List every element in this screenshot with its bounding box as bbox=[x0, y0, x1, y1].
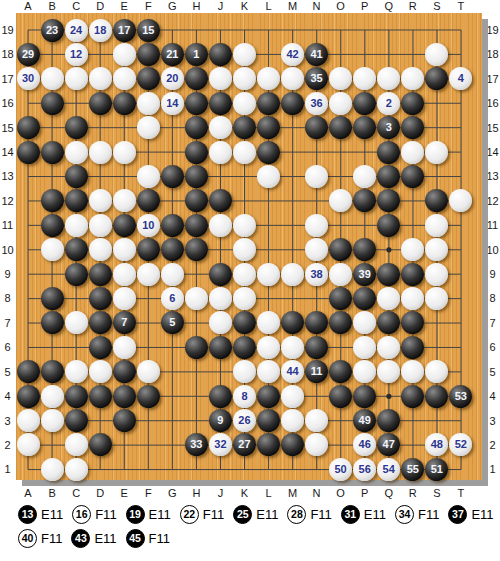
black-stone-B5 bbox=[41, 360, 64, 383]
white-stone-K10 bbox=[233, 238, 256, 261]
white-stone-S10 bbox=[425, 238, 448, 261]
white-stone-S14 bbox=[425, 141, 448, 164]
black-move-badge-25: 25 bbox=[233, 505, 252, 524]
point-S1: 51 bbox=[425, 457, 449, 481]
white-stone-D17 bbox=[89, 67, 112, 90]
caption-line-2: 40F1143E1145F11 bbox=[18, 526, 492, 550]
point-L15 bbox=[256, 115, 280, 139]
point-J8 bbox=[208, 286, 232, 310]
black-stone-H12 bbox=[185, 189, 208, 212]
point-A15 bbox=[16, 115, 40, 139]
caption-point-label: E11 bbox=[41, 507, 63, 522]
black-stone-J3: 9 bbox=[209, 409, 232, 432]
point-N19 bbox=[305, 18, 329, 42]
point-A11 bbox=[16, 213, 40, 237]
point-F6 bbox=[136, 335, 160, 359]
point-L6 bbox=[256, 335, 280, 359]
point-A12 bbox=[16, 189, 40, 213]
white-stone-K11 bbox=[233, 214, 256, 237]
black-stone-Q7 bbox=[377, 311, 400, 334]
point-D6 bbox=[88, 335, 112, 359]
white-stone-M17 bbox=[281, 67, 304, 90]
white-stone-B4 bbox=[41, 385, 64, 408]
black-stone-C3 bbox=[65, 409, 88, 432]
black-stone-B16 bbox=[41, 92, 64, 115]
move-number-21: 21 bbox=[166, 49, 178, 60]
point-K5 bbox=[232, 359, 256, 383]
black-stone-A5 bbox=[17, 360, 40, 383]
point-M19 bbox=[281, 18, 305, 42]
col-label-E: E bbox=[112, 0, 136, 12]
point-M6 bbox=[281, 335, 305, 359]
point-N3 bbox=[305, 408, 329, 432]
row-label-11: 11 bbox=[485, 213, 500, 237]
point-S12 bbox=[425, 189, 449, 213]
point-E16 bbox=[112, 91, 136, 115]
caption-point-label: E11 bbox=[149, 507, 171, 522]
point-H1 bbox=[184, 457, 208, 481]
black-stone-C15 bbox=[65, 116, 88, 139]
point-B1 bbox=[40, 457, 64, 481]
caption-point-label: E11 bbox=[256, 507, 278, 522]
black-stone-G7: 5 bbox=[161, 311, 184, 334]
point-K7 bbox=[232, 311, 256, 335]
point-O8 bbox=[329, 286, 353, 310]
black-stone-M16 bbox=[281, 92, 304, 115]
black-stone-H11 bbox=[185, 214, 208, 237]
white-stone-O12 bbox=[329, 189, 352, 212]
point-J15 bbox=[208, 115, 232, 139]
col-label-L: L bbox=[256, 0, 280, 12]
move-number-30: 30 bbox=[22, 73, 34, 84]
white-stone-N3 bbox=[305, 409, 328, 432]
black-stone-N7 bbox=[305, 311, 328, 334]
white-stone-R5 bbox=[401, 360, 424, 383]
black-stone-B19: 23 bbox=[41, 19, 64, 42]
point-G18: 21 bbox=[160, 42, 184, 66]
point-R18 bbox=[401, 42, 425, 66]
point-C4 bbox=[64, 384, 88, 408]
caption-point-label: F11 bbox=[41, 531, 62, 546]
point-O5 bbox=[329, 359, 353, 383]
point-Q13 bbox=[377, 164, 401, 188]
black-stone-C10 bbox=[65, 238, 88, 261]
point-H17 bbox=[184, 67, 208, 91]
black-stone-G11 bbox=[161, 214, 184, 237]
point-S11 bbox=[425, 213, 449, 237]
white-stone-K4: 8 bbox=[233, 385, 256, 408]
black-stone-O7 bbox=[329, 311, 352, 334]
point-S13 bbox=[425, 164, 449, 188]
point-S4 bbox=[425, 384, 449, 408]
point-S15 bbox=[425, 115, 449, 139]
white-stone-Q6 bbox=[377, 336, 400, 359]
point-R16 bbox=[401, 91, 425, 115]
row-label-11: 11 bbox=[0, 213, 15, 237]
move-number-54: 54 bbox=[383, 464, 395, 475]
move-number-46: 46 bbox=[359, 439, 371, 450]
point-Q15: 3 bbox=[377, 115, 401, 139]
point-L4 bbox=[256, 384, 280, 408]
caption-entry-move-45: 45F11 bbox=[126, 529, 170, 548]
point-S2: 48 bbox=[425, 433, 449, 457]
point-O16 bbox=[329, 91, 353, 115]
row-label-16: 16 bbox=[485, 91, 500, 115]
col-label-E: E bbox=[112, 487, 136, 499]
point-T10 bbox=[449, 237, 473, 261]
black-stone-B14 bbox=[41, 141, 64, 164]
point-D16 bbox=[88, 91, 112, 115]
row-label-4: 4 bbox=[0, 384, 15, 408]
row-label-13: 13 bbox=[0, 164, 15, 188]
point-J16 bbox=[208, 91, 232, 115]
point-A2 bbox=[16, 433, 40, 457]
point-K11 bbox=[232, 213, 256, 237]
black-stone-T4: 53 bbox=[449, 385, 472, 408]
point-C19: 24 bbox=[64, 18, 88, 42]
point-O1: 50 bbox=[329, 457, 353, 481]
move-number-26: 26 bbox=[238, 415, 250, 426]
white-stone-E18 bbox=[113, 43, 136, 66]
point-E18 bbox=[112, 42, 136, 66]
caption-entry-move-31: 31E11 bbox=[341, 505, 386, 524]
white-stone-C18: 12 bbox=[65, 43, 88, 66]
point-F15 bbox=[136, 115, 160, 139]
black-stone-Q12 bbox=[377, 189, 400, 212]
white-stone-N9: 38 bbox=[305, 263, 328, 286]
point-L2 bbox=[256, 433, 280, 457]
white-stone-R10 bbox=[401, 238, 424, 261]
point-R10 bbox=[401, 237, 425, 261]
point-H10 bbox=[184, 237, 208, 261]
point-Q8 bbox=[377, 286, 401, 310]
black-stone-J9 bbox=[209, 263, 232, 286]
point-E15 bbox=[112, 115, 136, 139]
point-M3 bbox=[281, 408, 305, 432]
point-T12 bbox=[449, 189, 473, 213]
point-T6 bbox=[449, 335, 473, 359]
col-label-J: J bbox=[208, 487, 232, 499]
point-Q3 bbox=[377, 408, 401, 432]
caption-point-label: F11 bbox=[310, 507, 331, 522]
white-stone-F15 bbox=[137, 116, 160, 139]
point-S18 bbox=[425, 42, 449, 66]
caption-entry-move-40: 40F11 bbox=[18, 529, 62, 548]
move-number-14: 14 bbox=[166, 98, 178, 109]
row-label-14: 14 bbox=[485, 140, 500, 164]
white-stone-J8 bbox=[209, 287, 232, 310]
col-label-G: G bbox=[160, 0, 184, 12]
caption-point-label: E11 bbox=[471, 507, 493, 522]
black-stone-D2 bbox=[89, 433, 112, 456]
white-stone-Q5 bbox=[377, 360, 400, 383]
move-number-8: 8 bbox=[241, 391, 247, 402]
white-stone-Q17 bbox=[377, 67, 400, 90]
point-C3 bbox=[64, 408, 88, 432]
black-stone-K15 bbox=[233, 116, 256, 139]
point-S10 bbox=[425, 237, 449, 261]
point-S14 bbox=[425, 140, 449, 164]
point-F2 bbox=[136, 433, 160, 457]
point-C2 bbox=[64, 433, 88, 457]
point-R12 bbox=[401, 189, 425, 213]
col-label-C: C bbox=[64, 0, 88, 12]
white-stone-B3 bbox=[41, 409, 64, 432]
point-L14 bbox=[256, 140, 280, 164]
move-number-47: 47 bbox=[383, 439, 395, 450]
point-S5 bbox=[425, 359, 449, 383]
move-number-3: 3 bbox=[386, 122, 392, 133]
col-label-K: K bbox=[232, 487, 256, 499]
black-stone-Q2: 47 bbox=[377, 433, 400, 456]
black-stone-Q15: 3 bbox=[377, 116, 400, 139]
col-label-R: R bbox=[401, 0, 425, 12]
black-stone-Q11 bbox=[377, 214, 400, 237]
black-stone-B8 bbox=[41, 287, 64, 310]
point-E19: 17 bbox=[112, 18, 136, 42]
white-stone-C5 bbox=[65, 360, 88, 383]
move-number-35: 35 bbox=[310, 73, 322, 84]
point-B8 bbox=[40, 286, 64, 310]
black-stone-J18 bbox=[209, 43, 232, 66]
point-F9 bbox=[136, 262, 160, 286]
white-stone-B17 bbox=[41, 67, 64, 90]
point-M16 bbox=[281, 91, 305, 115]
point-Q19 bbox=[377, 18, 401, 42]
black-stone-B7 bbox=[41, 311, 64, 334]
point-A18: 29 bbox=[16, 42, 40, 66]
caption-point-label: F11 bbox=[149, 531, 170, 546]
black-stone-H14 bbox=[185, 141, 208, 164]
point-J12 bbox=[208, 189, 232, 213]
point-F12 bbox=[136, 189, 160, 213]
point-D13 bbox=[88, 164, 112, 188]
white-stone-E14 bbox=[113, 141, 136, 164]
black-stone-J16 bbox=[209, 92, 232, 115]
row-label-18: 18 bbox=[0, 42, 15, 66]
point-G8: 6 bbox=[160, 286, 184, 310]
point-H16 bbox=[184, 91, 208, 115]
black-stone-D6 bbox=[89, 336, 112, 359]
black-stone-C12 bbox=[65, 189, 88, 212]
move-number-29: 29 bbox=[22, 49, 34, 60]
point-Q16: 2 bbox=[377, 91, 401, 115]
point-Q5 bbox=[377, 359, 401, 383]
row-label-7: 7 bbox=[485, 311, 500, 335]
col-label-O: O bbox=[329, 487, 353, 499]
point-L11 bbox=[256, 213, 280, 237]
point-M8 bbox=[281, 286, 305, 310]
point-F17 bbox=[136, 67, 160, 91]
row-label-7: 7 bbox=[0, 311, 15, 335]
black-stone-S1: 51 bbox=[425, 458, 448, 481]
white-stone-C11 bbox=[65, 214, 88, 237]
white-stone-F9 bbox=[137, 263, 160, 286]
black-stone-R4 bbox=[401, 385, 424, 408]
go-board[interactable]: 2324181715291221142413020354143623103839… bbox=[16, 13, 482, 480]
point-B14 bbox=[40, 140, 64, 164]
point-N14 bbox=[305, 140, 329, 164]
point-J7 bbox=[208, 311, 232, 335]
row-label-17: 17 bbox=[0, 67, 15, 91]
point-D19: 18 bbox=[88, 18, 112, 42]
point-T15 bbox=[449, 115, 473, 139]
point-R8 bbox=[401, 286, 425, 310]
black-stone-E4 bbox=[113, 385, 136, 408]
row-labels-right: 19181716151413121110987654321 bbox=[485, 18, 500, 482]
caption-entry-move-25: 25E11 bbox=[233, 505, 278, 524]
point-A7 bbox=[16, 311, 40, 335]
col-label-S: S bbox=[425, 0, 449, 12]
col-label-M: M bbox=[281, 0, 305, 12]
black-stone-F17 bbox=[137, 67, 160, 90]
point-J10 bbox=[208, 237, 232, 261]
move-number-18: 18 bbox=[94, 25, 106, 36]
point-Q2: 47 bbox=[377, 433, 401, 457]
col-label-F: F bbox=[136, 487, 160, 499]
point-D10 bbox=[88, 237, 112, 261]
point-E9 bbox=[112, 262, 136, 286]
point-K16 bbox=[232, 91, 256, 115]
row-label-5: 5 bbox=[0, 359, 15, 383]
go-diagram-page: { "game": "go", "board": { "size": 19, "… bbox=[0, 0, 500, 561]
point-E14 bbox=[112, 140, 136, 164]
black-stone-H2: 33 bbox=[185, 433, 208, 456]
point-O12 bbox=[329, 189, 353, 213]
point-M17 bbox=[281, 67, 305, 91]
point-A3 bbox=[16, 408, 40, 432]
point-P2: 46 bbox=[353, 433, 377, 457]
white-stone-S9 bbox=[425, 263, 448, 286]
black-stone-S12 bbox=[425, 189, 448, 212]
row-label-10: 10 bbox=[0, 237, 15, 261]
white-stone-M18: 42 bbox=[281, 43, 304, 66]
row-label-3: 3 bbox=[485, 408, 500, 432]
point-F5 bbox=[136, 359, 160, 383]
black-stone-O10 bbox=[329, 238, 352, 261]
point-E1 bbox=[112, 457, 136, 481]
point-F7 bbox=[136, 311, 160, 335]
white-stone-T17: 4 bbox=[449, 67, 472, 90]
black-move-badge-43: 43 bbox=[71, 529, 90, 548]
black-move-badge-45: 45 bbox=[126, 529, 145, 548]
black-stone-S17 bbox=[425, 67, 448, 90]
white-stone-O9 bbox=[329, 263, 352, 286]
black-move-badge-13: 13 bbox=[18, 505, 37, 524]
point-N8 bbox=[305, 286, 329, 310]
point-J14 bbox=[208, 140, 232, 164]
point-C11 bbox=[64, 213, 88, 237]
point-F13 bbox=[136, 164, 160, 188]
white-stone-D19: 18 bbox=[89, 19, 112, 42]
point-H11 bbox=[184, 213, 208, 237]
point-P9: 39 bbox=[353, 262, 377, 286]
black-stone-R13 bbox=[401, 165, 424, 188]
point-O18 bbox=[329, 42, 353, 66]
point-H7 bbox=[184, 311, 208, 335]
black-stone-R7 bbox=[401, 311, 424, 334]
white-stone-E9 bbox=[113, 263, 136, 286]
point-Q10 bbox=[377, 237, 401, 261]
white-stone-D10 bbox=[89, 238, 112, 261]
point-E3 bbox=[112, 408, 136, 432]
black-stone-P10 bbox=[353, 238, 376, 261]
point-P18 bbox=[353, 42, 377, 66]
point-S7 bbox=[425, 311, 449, 335]
point-F14 bbox=[136, 140, 160, 164]
white-stone-C17 bbox=[65, 67, 88, 90]
black-stone-O8 bbox=[329, 287, 352, 310]
white-stone-K5 bbox=[233, 360, 256, 383]
white-stone-N16: 36 bbox=[305, 92, 328, 115]
row-label-2: 2 bbox=[485, 433, 500, 457]
point-K8 bbox=[232, 286, 256, 310]
point-M7 bbox=[281, 311, 305, 335]
point-N17: 35 bbox=[305, 67, 329, 91]
row-label-13: 13 bbox=[485, 164, 500, 188]
point-C5 bbox=[64, 359, 88, 383]
point-L5 bbox=[256, 359, 280, 383]
move-number-4: 4 bbox=[458, 73, 464, 84]
point-F10 bbox=[136, 237, 160, 261]
point-O15 bbox=[329, 115, 353, 139]
white-stone-N10 bbox=[305, 238, 328, 261]
white-stone-G9 bbox=[161, 263, 184, 286]
row-label-6: 6 bbox=[0, 335, 15, 359]
point-J6 bbox=[208, 335, 232, 359]
point-E10 bbox=[112, 237, 136, 261]
point-C17 bbox=[64, 67, 88, 91]
point-G9 bbox=[160, 262, 184, 286]
point-G1 bbox=[160, 457, 184, 481]
col-label-H: H bbox=[184, 0, 208, 12]
col-label-Q: Q bbox=[377, 0, 401, 12]
point-D15 bbox=[88, 115, 112, 139]
point-N13 bbox=[305, 164, 329, 188]
black-stone-J6 bbox=[209, 336, 232, 359]
white-stone-S2: 48 bbox=[425, 433, 448, 456]
white-stone-S8 bbox=[425, 287, 448, 310]
black-stone-A15 bbox=[17, 116, 40, 139]
point-Q14 bbox=[377, 140, 401, 164]
point-T4: 53 bbox=[449, 384, 473, 408]
point-M1 bbox=[281, 457, 305, 481]
point-H15 bbox=[184, 115, 208, 139]
point-E17 bbox=[112, 67, 136, 91]
white-stone-C14 bbox=[65, 141, 88, 164]
point-B12 bbox=[40, 189, 64, 213]
black-stone-D8 bbox=[89, 287, 112, 310]
point-K14 bbox=[232, 140, 256, 164]
black-stone-L14 bbox=[257, 141, 280, 164]
point-E6 bbox=[112, 335, 136, 359]
move-number-51: 51 bbox=[431, 464, 443, 475]
white-stone-R17 bbox=[401, 67, 424, 90]
point-M5: 44 bbox=[281, 359, 305, 383]
point-A16 bbox=[16, 91, 40, 115]
black-stone-H16 bbox=[185, 92, 208, 115]
black-stone-E11 bbox=[113, 214, 136, 237]
black-stone-P15 bbox=[353, 116, 376, 139]
black-stone-C13 bbox=[65, 165, 88, 188]
point-O9 bbox=[329, 262, 353, 286]
row-label-16: 16 bbox=[0, 91, 15, 115]
white-stone-L17 bbox=[257, 67, 280, 90]
point-R6 bbox=[401, 335, 425, 359]
point-Q9 bbox=[377, 262, 401, 286]
black-move-badge-19: 19 bbox=[126, 505, 145, 524]
point-G19 bbox=[160, 18, 184, 42]
